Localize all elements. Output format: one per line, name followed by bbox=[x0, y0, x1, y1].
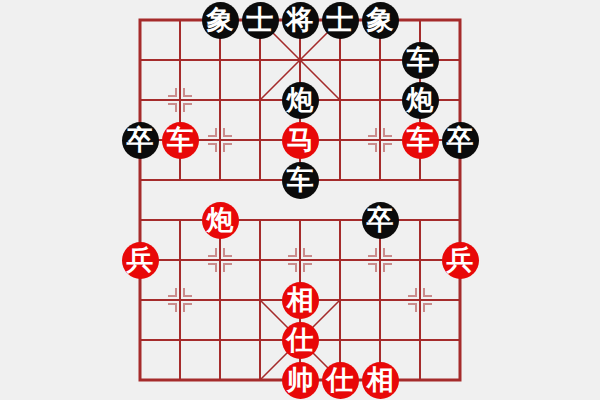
red-chariot[interactable]: 车 bbox=[402, 122, 439, 159]
board-point-g3 bbox=[360, 80, 400, 120]
board-point-h1 bbox=[400, 0, 440, 40]
black-chariot[interactable]: 车 bbox=[402, 42, 439, 79]
board-point-d5 bbox=[240, 160, 280, 200]
board-point-f6 bbox=[320, 200, 360, 240]
board-point-h6 bbox=[400, 200, 440, 240]
board-point-b7 bbox=[160, 240, 200, 280]
red-soldier[interactable]: 兵 bbox=[442, 242, 479, 279]
red-general[interactable]: 帅 bbox=[282, 362, 319, 399]
board-point-e10: 帅 bbox=[280, 360, 320, 400]
board-point-g9 bbox=[360, 320, 400, 360]
board-point-i6 bbox=[440, 200, 480, 240]
board-point-g10: 相 bbox=[360, 360, 400, 400]
black-cannon[interactable]: 炮 bbox=[282, 82, 319, 119]
board-point-a7: 兵 bbox=[120, 240, 160, 280]
board-point-i2 bbox=[440, 40, 480, 80]
board-point-h9 bbox=[400, 320, 440, 360]
board-point-e1: 将 bbox=[280, 0, 320, 40]
board-point-f4 bbox=[320, 120, 360, 160]
board-point-b5 bbox=[160, 160, 200, 200]
black-soldier[interactable]: 卒 bbox=[362, 202, 399, 239]
board-point-a4: 卒 bbox=[120, 120, 160, 160]
board-point-e6 bbox=[280, 200, 320, 240]
board-point-h5 bbox=[400, 160, 440, 200]
red-elephant[interactable]: 相 bbox=[282, 282, 319, 319]
board-point-f7 bbox=[320, 240, 360, 280]
black-general[interactable]: 将 bbox=[282, 2, 319, 39]
board-point-c6: 炮 bbox=[200, 200, 240, 240]
board-point-d8 bbox=[240, 280, 280, 320]
board-point-d9 bbox=[240, 320, 280, 360]
board-point-a2 bbox=[120, 40, 160, 80]
red-chariot[interactable]: 车 bbox=[162, 122, 199, 159]
red-horse[interactable]: 马 bbox=[282, 122, 319, 159]
board-point-b6 bbox=[160, 200, 200, 240]
board-point-d7 bbox=[240, 240, 280, 280]
board-point-a8 bbox=[120, 280, 160, 320]
board-point-f8 bbox=[320, 280, 360, 320]
board-point-i8 bbox=[440, 280, 480, 320]
board-points: 象士将士象车炮炮卒车马车卒车炮卒兵兵相仕帅仕相 bbox=[120, 0, 480, 400]
board-point-f9 bbox=[320, 320, 360, 360]
board-point-a3 bbox=[120, 80, 160, 120]
board-point-b10 bbox=[160, 360, 200, 400]
board-point-i7: 兵 bbox=[440, 240, 480, 280]
board-point-c10 bbox=[200, 360, 240, 400]
board-point-i9 bbox=[440, 320, 480, 360]
board-point-e8: 相 bbox=[280, 280, 320, 320]
board-point-e7 bbox=[280, 240, 320, 280]
board-point-a1 bbox=[120, 0, 160, 40]
board-point-d10 bbox=[240, 360, 280, 400]
board-point-d1: 士 bbox=[240, 0, 280, 40]
black-cannon[interactable]: 炮 bbox=[402, 82, 439, 119]
board-point-c4 bbox=[200, 120, 240, 160]
board-point-c7 bbox=[200, 240, 240, 280]
board-point-b8 bbox=[160, 280, 200, 320]
black-elephant[interactable]: 象 bbox=[202, 2, 239, 39]
board-point-c9 bbox=[200, 320, 240, 360]
board-point-e2 bbox=[280, 40, 320, 80]
board-point-e5: 车 bbox=[280, 160, 320, 200]
board-point-a10 bbox=[120, 360, 160, 400]
board-point-g1: 象 bbox=[360, 0, 400, 40]
board-point-f5 bbox=[320, 160, 360, 200]
board-point-d2 bbox=[240, 40, 280, 80]
board-point-c3 bbox=[200, 80, 240, 120]
board-point-i4: 卒 bbox=[440, 120, 480, 160]
black-soldier[interactable]: 卒 bbox=[442, 122, 479, 159]
black-elephant[interactable]: 象 bbox=[362, 2, 399, 39]
board-point-e4: 马 bbox=[280, 120, 320, 160]
board-point-e3: 炮 bbox=[280, 80, 320, 120]
board-point-d4 bbox=[240, 120, 280, 160]
board-point-h8 bbox=[400, 280, 440, 320]
board-point-i3 bbox=[440, 80, 480, 120]
board-point-b1 bbox=[160, 0, 200, 40]
board-point-b3 bbox=[160, 80, 200, 120]
red-soldier[interactable]: 兵 bbox=[122, 242, 159, 279]
xiangqi-board-screen: 象士将士象车炮炮卒车马车卒车炮卒兵兵相仕帅仕相 bbox=[0, 0, 600, 400]
board-point-c1: 象 bbox=[200, 0, 240, 40]
board-point-h10 bbox=[400, 360, 440, 400]
board-point-f3 bbox=[320, 80, 360, 120]
board-point-b9 bbox=[160, 320, 200, 360]
board-point-h4: 车 bbox=[400, 120, 440, 160]
black-advisor[interactable]: 士 bbox=[322, 2, 359, 39]
board-point-i5 bbox=[440, 160, 480, 200]
black-chariot[interactable]: 车 bbox=[282, 162, 319, 199]
red-advisor[interactable]: 仕 bbox=[322, 362, 359, 399]
red-elephant[interactable]: 相 bbox=[362, 362, 399, 399]
black-advisor[interactable]: 士 bbox=[242, 2, 279, 39]
board-point-g6: 卒 bbox=[360, 200, 400, 240]
board-point-h2: 车 bbox=[400, 40, 440, 80]
board-point-b2 bbox=[160, 40, 200, 80]
board-point-a6 bbox=[120, 200, 160, 240]
board-point-i10 bbox=[440, 360, 480, 400]
board-point-i1 bbox=[440, 0, 480, 40]
board-point-c8 bbox=[200, 280, 240, 320]
board-point-b4: 车 bbox=[160, 120, 200, 160]
board-point-g4 bbox=[360, 120, 400, 160]
board-point-g5 bbox=[360, 160, 400, 200]
board-point-g8 bbox=[360, 280, 400, 320]
board-point-h7 bbox=[400, 240, 440, 280]
board-point-f10: 仕 bbox=[320, 360, 360, 400]
board-point-d3 bbox=[240, 80, 280, 120]
board-point-g2 bbox=[360, 40, 400, 80]
red-advisor[interactable]: 仕 bbox=[282, 322, 319, 359]
black-soldier[interactable]: 卒 bbox=[122, 122, 159, 159]
board-point-f1: 士 bbox=[320, 0, 360, 40]
board-point-d6 bbox=[240, 200, 280, 240]
board-point-a9 bbox=[120, 320, 160, 360]
board-point-f2 bbox=[320, 40, 360, 80]
board-point-c2 bbox=[200, 40, 240, 80]
board-point-h3: 炮 bbox=[400, 80, 440, 120]
board-point-a5 bbox=[120, 160, 160, 200]
board-point-e9: 仕 bbox=[280, 320, 320, 360]
board-point-c5 bbox=[200, 160, 240, 200]
red-cannon[interactable]: 炮 bbox=[202, 202, 239, 239]
board-point-g7 bbox=[360, 240, 400, 280]
